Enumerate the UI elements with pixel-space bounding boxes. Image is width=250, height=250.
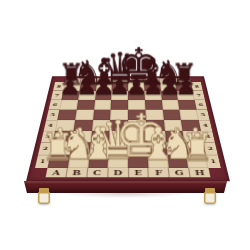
box-front-edge — [24, 181, 227, 193]
coord-rank-6-right: 6 — [195, 100, 208, 110]
coord-file-b-bottom: B — [66, 168, 88, 178]
piece-white-rook-h1[interactable]: ♜ — [175, 129, 222, 166]
coord-file-f-top: F — [144, 78, 160, 82]
coords-bottom: ABCDEFGH — [33, 168, 223, 178]
coord-file-a-top: A — [65, 78, 81, 82]
coord-file-e-top: E — [128, 78, 144, 82]
coord-file-c-bottom: C — [87, 168, 108, 178]
brass-clasp-right — [202, 188, 218, 206]
chess-board: ABCDEFGH 87654321 87654321 ABCDEFGH ♜♞♝♛… — [26, 76, 230, 181]
piece-cell-h7: ♟ — [177, 91, 195, 100]
piece-cell-h5 — [180, 110, 199, 120]
clasp-hasp — [38, 192, 50, 204]
coord-file-d-bottom: D — [108, 168, 129, 178]
brass-clasp-left — [36, 188, 52, 206]
coord-file-a-bottom: A — [46, 168, 68, 178]
piece-cell-a6 — [59, 100, 78, 110]
coord-file-b-top: B — [81, 78, 97, 82]
coord-file-e-bottom: E — [129, 168, 150, 178]
clasp-hasp — [204, 192, 216, 204]
coord-file-h-top: H — [176, 78, 192, 82]
coord-file-g-bottom: G — [169, 168, 191, 178]
pieces-layer: ♜♞♝♛♚✚♝♞♜♟♟♟♟♟♟♟♟♟♟♟♟♟♟♟♟♜♞♝♛♚♝♞♜ — [48, 82, 209, 168]
king-cross-finial: ✚ — [117, 35, 155, 43]
piece-cell-h6 — [178, 100, 197, 110]
piece-cell-h1: ♜ — [186, 155, 208, 168]
coord-file-c-top: C — [97, 78, 113, 82]
coords-top: ABCDEFGH — [55, 78, 201, 82]
coord-file-d-top: D — [113, 78, 129, 82]
piece-cell-b6 — [76, 100, 94, 110]
product-photo-scene: ABCDEFGH 87654321 87654321 ABCDEFGH ♜♞♝♛… — [0, 0, 250, 250]
piece-cell-a5 — [57, 110, 76, 120]
coord-file-h-bottom: H — [189, 168, 210, 178]
coord-file-f-bottom: F — [149, 168, 170, 178]
coord-file-g-top: G — [160, 78, 176, 82]
